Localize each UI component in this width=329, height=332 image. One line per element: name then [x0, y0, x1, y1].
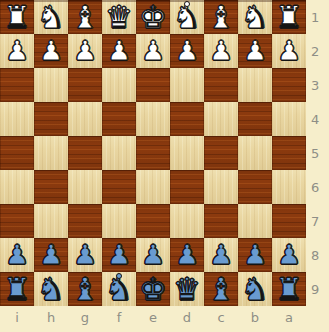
- file-label-e: e: [136, 306, 170, 332]
- square-f6[interactable]: [102, 170, 136, 204]
- square-a4[interactable]: [272, 102, 306, 136]
- square-d9[interactable]: ♛: [170, 272, 204, 306]
- square-i3[interactable]: [0, 68, 34, 102]
- white-pawn-piece: ♟: [0, 34, 34, 68]
- black-pawn-piece: ♟: [34, 238, 68, 272]
- rank-label-3: 3: [306, 68, 329, 102]
- white-pawn-piece: ♟: [204, 34, 238, 68]
- black-rook-piece: ♜: [272, 272, 306, 306]
- chess-variant-board-screenshot: ♜♞♝♛♚♞♝♞♜♟♟♟♟♟♟♟♟♟♟♟♟♟♟♟♟♟♟♜♞♝♞♚♛♝♞♜ 123…: [0, 0, 329, 332]
- rank-label-4: 4: [306, 102, 329, 136]
- square-c3[interactable]: [204, 68, 238, 102]
- rank-label-9: 9: [306, 272, 329, 306]
- file-label-i: i: [0, 306, 34, 332]
- file-labels: ihgfedcba: [0, 306, 306, 332]
- square-c2[interactable]: ♟: [204, 34, 238, 68]
- white-pawn-piece: ♟: [272, 34, 306, 68]
- rank-label-5: 5: [306, 136, 329, 170]
- square-b9[interactable]: ♞: [238, 272, 272, 306]
- file-label-c: c: [204, 306, 238, 332]
- square-b7[interactable]: [238, 204, 272, 238]
- square-d4[interactable]: [170, 102, 204, 136]
- square-c8[interactable]: ♟: [204, 238, 238, 272]
- white-pawn-piece: ♟: [238, 34, 272, 68]
- square-e6[interactable]: [136, 170, 170, 204]
- file-label-d: d: [170, 306, 204, 332]
- white-pawn-piece: ♟: [34, 34, 68, 68]
- square-c7[interactable]: [204, 204, 238, 238]
- minister-knob-icon: [184, 1, 190, 7]
- square-i1[interactable]: ♜: [0, 0, 34, 34]
- square-a9[interactable]: ♜: [272, 272, 306, 306]
- black-pawn-piece: ♟: [238, 238, 272, 272]
- black-queen-piece: ♛: [170, 272, 204, 306]
- black-pawn-piece: ♟: [136, 238, 170, 272]
- square-f3[interactable]: [102, 68, 136, 102]
- rank-label-2: 2: [306, 34, 329, 68]
- square-c6[interactable]: [204, 170, 238, 204]
- square-i5[interactable]: [0, 136, 34, 170]
- square-i4[interactable]: [0, 102, 34, 136]
- square-g6[interactable]: [68, 170, 102, 204]
- square-g9[interactable]: ♝: [68, 272, 102, 306]
- square-d2[interactable]: ♟: [170, 34, 204, 68]
- white-knight-piece: ♞: [34, 0, 68, 34]
- square-d8[interactable]: ♟: [170, 238, 204, 272]
- square-a6[interactable]: [272, 170, 306, 204]
- white-queen-piece: ♛: [102, 0, 136, 34]
- minister-knob-icon: [116, 273, 122, 279]
- square-c9[interactable]: ♝: [204, 272, 238, 306]
- square-i6[interactable]: [0, 170, 34, 204]
- square-i7[interactable]: [0, 204, 34, 238]
- white-bishop-piece: ♝: [68, 0, 102, 34]
- board: ♜♞♝♛♚♞♝♞♜♟♟♟♟♟♟♟♟♟♟♟♟♟♟♟♟♟♟♜♞♝♞♚♛♝♞♜: [0, 0, 306, 306]
- square-f7[interactable]: [102, 204, 136, 238]
- square-g7[interactable]: [68, 204, 102, 238]
- square-h4[interactable]: [34, 102, 68, 136]
- black-pawn-piece: ♟: [170, 238, 204, 272]
- square-g2[interactable]: ♟: [68, 34, 102, 68]
- square-c5[interactable]: [204, 136, 238, 170]
- white-king-piece: ♚: [136, 0, 170, 34]
- square-i9[interactable]: ♜: [0, 272, 34, 306]
- square-f8[interactable]: ♟: [102, 238, 136, 272]
- square-i2[interactable]: ♟: [0, 34, 34, 68]
- square-e7[interactable]: [136, 204, 170, 238]
- square-d6[interactable]: [170, 170, 204, 204]
- square-a7[interactable]: [272, 204, 306, 238]
- white-rook-piece: ♜: [0, 0, 34, 34]
- square-g3[interactable]: [68, 68, 102, 102]
- square-a1[interactable]: ♜: [272, 0, 306, 34]
- square-d1[interactable]: ♞: [170, 0, 204, 34]
- square-h2[interactable]: ♟: [34, 34, 68, 68]
- black-king-piece: ♚: [136, 272, 170, 306]
- square-h1[interactable]: ♞: [34, 0, 68, 34]
- square-c4[interactable]: [204, 102, 238, 136]
- square-e5[interactable]: [136, 136, 170, 170]
- square-c1[interactable]: ♝: [204, 0, 238, 34]
- square-h7[interactable]: [34, 204, 68, 238]
- file-label-h: h: [34, 306, 68, 332]
- black-bishop-piece: ♝: [204, 272, 238, 306]
- square-g4[interactable]: [68, 102, 102, 136]
- square-b8[interactable]: ♟: [238, 238, 272, 272]
- square-f1[interactable]: ♛: [102, 0, 136, 34]
- square-e2[interactable]: ♟: [136, 34, 170, 68]
- square-d5[interactable]: [170, 136, 204, 170]
- rank-label-6: 6: [306, 170, 329, 204]
- square-b2[interactable]: ♟: [238, 34, 272, 68]
- square-h9[interactable]: ♞: [34, 272, 68, 306]
- white-pawn-piece: ♟: [68, 34, 102, 68]
- square-e8[interactable]: ♟: [136, 238, 170, 272]
- square-h6[interactable]: [34, 170, 68, 204]
- black-bishop-piece: ♝: [68, 272, 102, 306]
- black-pawn-piece: ♟: [68, 238, 102, 272]
- black-pawn-piece: ♟: [204, 238, 238, 272]
- square-e4[interactable]: [136, 102, 170, 136]
- square-i8[interactable]: ♟: [0, 238, 34, 272]
- black-knight-piece: ♞: [238, 272, 272, 306]
- square-b6[interactable]: [238, 170, 272, 204]
- square-d3[interactable]: [170, 68, 204, 102]
- square-h5[interactable]: [34, 136, 68, 170]
- black-rook-piece: ♜: [0, 272, 34, 306]
- square-g8[interactable]: ♟: [68, 238, 102, 272]
- square-a2[interactable]: ♟: [272, 34, 306, 68]
- square-e3[interactable]: [136, 68, 170, 102]
- white-minister-piece: ♞: [170, 0, 204, 34]
- file-label-b: b: [238, 306, 272, 332]
- file-label-g: g: [68, 306, 102, 332]
- square-f4[interactable]: [102, 102, 136, 136]
- square-g1[interactable]: ♝: [68, 0, 102, 34]
- rank-labels: 123456789: [306, 0, 329, 306]
- square-b4[interactable]: [238, 102, 272, 136]
- rank-label-8: 8: [306, 238, 329, 272]
- white-rook-piece: ♜: [272, 0, 306, 34]
- square-f9[interactable]: ♞: [102, 272, 136, 306]
- square-f5[interactable]: [102, 136, 136, 170]
- square-a3[interactable]: [272, 68, 306, 102]
- square-h3[interactable]: [34, 68, 68, 102]
- white-pawn-piece: ♟: [136, 34, 170, 68]
- square-f2[interactable]: ♟: [102, 34, 136, 68]
- white-pawn-piece: ♟: [170, 34, 204, 68]
- square-g5[interactable]: [68, 136, 102, 170]
- square-b3[interactable]: [238, 68, 272, 102]
- square-d7[interactable]: [170, 204, 204, 238]
- square-a5[interactable]: [272, 136, 306, 170]
- square-b5[interactable]: [238, 136, 272, 170]
- white-bishop-piece: ♝: [204, 0, 238, 34]
- black-pawn-piece: ♟: [102, 238, 136, 272]
- file-label-f: f: [102, 306, 136, 332]
- square-e1[interactable]: ♚: [136, 0, 170, 34]
- rank-label-1: 1: [306, 0, 329, 34]
- square-h8[interactable]: ♟: [34, 238, 68, 272]
- white-pawn-piece: ♟: [102, 34, 136, 68]
- square-a8[interactable]: ♟: [272, 238, 306, 272]
- white-knight-piece: ♞: [238, 0, 272, 34]
- black-pawn-piece: ♟: [272, 238, 306, 272]
- rank-label-7: 7: [306, 204, 329, 238]
- black-minister-piece: ♞: [102, 272, 136, 306]
- black-knight-piece: ♞: [34, 272, 68, 306]
- file-label-a: a: [272, 306, 306, 332]
- black-pawn-piece: ♟: [0, 238, 34, 272]
- square-e9[interactable]: ♚: [136, 272, 170, 306]
- square-b1[interactable]: ♞: [238, 0, 272, 34]
